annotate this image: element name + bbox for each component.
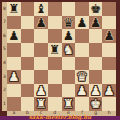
square-g6: [89, 29, 103, 43]
square-a8: ♜: [7, 2, 21, 16]
square-h5: [102, 43, 116, 57]
square-g5: [89, 43, 103, 57]
square-b8: [21, 2, 35, 16]
square-d4: [48, 57, 62, 71]
piece-white-rook: ♜: [63, 97, 74, 111]
square-h1: [102, 97, 116, 111]
square-a5: [7, 43, 21, 57]
piece-black-queen: ♛: [63, 16, 74, 30]
piece-black-pawn: ♟: [90, 16, 101, 30]
square-a1: [7, 97, 21, 111]
square-c6: [34, 29, 48, 43]
square-c4: [34, 57, 48, 71]
square-e2: [62, 84, 76, 98]
square-g4: [89, 57, 103, 71]
piece-white-rook: ♜: [35, 97, 46, 111]
square-a2: [7, 84, 21, 98]
square-b2: [21, 84, 35, 98]
piece-white-pawn: ♟: [76, 84, 87, 98]
square-d8: [48, 2, 62, 16]
piece-black-bishop: ♝: [35, 2, 46, 16]
square-d6: [48, 29, 62, 43]
square-e8: [62, 2, 76, 16]
square-h4: [102, 57, 116, 71]
piece-black-pawn: ♟: [76, 16, 87, 30]
square-a6: ♟: [7, 29, 21, 43]
square-g2: ♟: [89, 84, 103, 98]
square-g8: ♚: [89, 2, 103, 16]
square-f7: ♟: [75, 16, 89, 30]
piece-black-rook: ♜: [49, 43, 60, 57]
square-f4: [75, 57, 89, 71]
square-d7: [48, 16, 62, 30]
square-g7: ♟: [89, 16, 103, 30]
square-f3: ♛: [75, 70, 89, 84]
piece-white-pawn: ♟: [90, 84, 101, 98]
square-g3: [89, 70, 103, 84]
square-f1: [75, 97, 89, 111]
piece-black-pawn: ♟: [35, 16, 46, 30]
piece-white-knight: ♞: [63, 43, 74, 57]
square-h8: [102, 2, 116, 16]
square-c8: ♝: [34, 2, 48, 16]
piece-black-king: ♚: [90, 2, 101, 16]
square-c2: ♟: [34, 84, 48, 98]
square-h6: ♟: [102, 29, 116, 43]
square-e3: [62, 70, 76, 84]
square-f5: [75, 43, 89, 57]
square-e1: ♜: [62, 97, 76, 111]
piece-white-queen: ♛: [76, 70, 87, 84]
square-h2: ♟: [102, 84, 116, 98]
square-e4: [62, 57, 76, 71]
square-d3: [48, 70, 62, 84]
piece-black-pawn: ♟: [104, 29, 115, 43]
square-a4: [7, 57, 21, 71]
piece-white-pawn: ♟: [35, 84, 46, 98]
piece-black-pawn: ♟: [63, 29, 74, 43]
square-b4: [21, 57, 35, 71]
square-c5: [34, 43, 48, 57]
square-g1: ♚: [89, 97, 103, 111]
square-d1: [48, 97, 62, 111]
watermark-text: sakk-mester.blog.hu: [29, 115, 91, 120]
watermark-band: sakk-mester.blog.hu: [0, 116, 120, 120]
square-a7: [7, 16, 21, 30]
piece-black-pawn: ♟: [8, 29, 19, 43]
piece-black-rook: ♜: [8, 2, 19, 16]
square-c3: [34, 70, 48, 84]
piece-white-pawn: ♟: [8, 70, 19, 84]
square-e6: ♟: [62, 29, 76, 43]
square-e5: ♞: [62, 43, 76, 57]
square-b3: [21, 70, 35, 84]
square-b5: [21, 43, 35, 57]
chess-diagram: 87654321 ♜♝♚♟♛♟♟♟♟♟♜♞♟♛♟♟♟♟♜♜♚ abcdefgh …: [0, 0, 120, 120]
square-d5: ♜: [48, 43, 62, 57]
square-c7: ♟: [34, 16, 48, 30]
square-b7: [21, 16, 35, 30]
square-d2: [48, 84, 62, 98]
square-e7: ♛: [62, 16, 76, 30]
square-h3: [102, 70, 116, 84]
square-f8: [75, 2, 89, 16]
square-f2: ♟: [75, 84, 89, 98]
chess-board: ♜♝♚♟♛♟♟♟♟♟♜♞♟♛♟♟♟♟♜♜♚: [7, 2, 116, 111]
piece-white-pawn: ♟: [104, 84, 115, 98]
piece-white-king: ♚: [90, 97, 101, 111]
square-c1: ♜: [34, 97, 48, 111]
square-h7: [102, 16, 116, 30]
square-b1: [21, 97, 35, 111]
square-a3: ♟: [7, 70, 21, 84]
square-b6: [21, 29, 35, 43]
square-f6: [75, 29, 89, 43]
